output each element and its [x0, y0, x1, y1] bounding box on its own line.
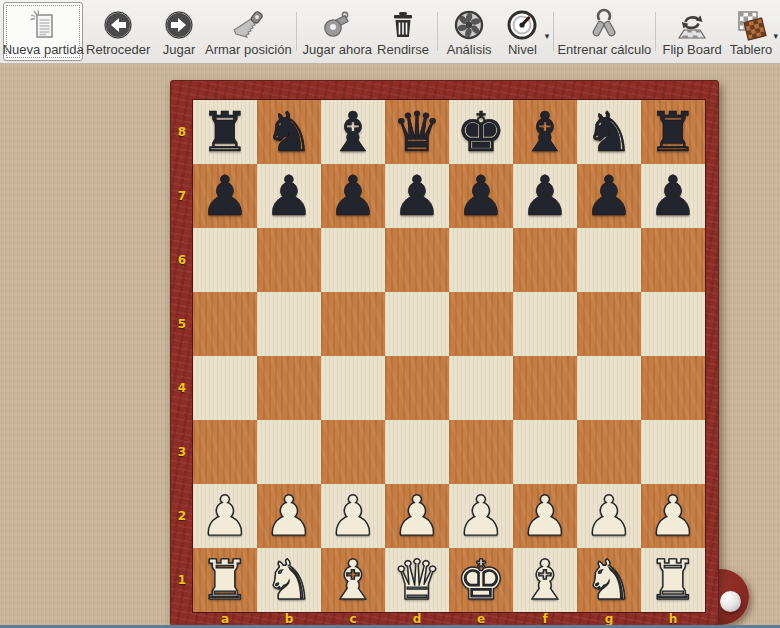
white-pawn[interactable]: ♟ [264, 485, 313, 547]
square-h4[interactable] [641, 356, 705, 420]
square-e5[interactable] [449, 292, 513, 356]
toolbar-separator [296, 12, 297, 51]
square-b4[interactable] [257, 356, 321, 420]
square-b3[interactable] [257, 420, 321, 484]
square-b2[interactable]: ♟ [257, 484, 321, 548]
black-bishop[interactable]: ♝ [328, 101, 377, 163]
toolbar-separator [655, 12, 656, 51]
square-e4[interactable] [449, 356, 513, 420]
black-knight[interactable]: ♞ [264, 101, 313, 163]
square-a7[interactable]: ♟ [193, 164, 257, 228]
saw-icon [230, 7, 266, 42]
square-b6[interactable] [257, 228, 321, 292]
chess-board: ♜♞♝♛♚♝♞♜♟♟♟♟♟♟♟♟♟♟♟♟♟♟♟♟♜♞♝♛♚♝♞♜ 8765432… [170, 80, 719, 626]
square-f2[interactable]: ♟ [513, 484, 577, 548]
resign-label: Rendirse [377, 42, 429, 57]
white-rook[interactable]: ♜ [200, 549, 249, 611]
square-b1[interactable]: ♞ [257, 548, 321, 612]
square-g6[interactable] [577, 228, 641, 292]
square-f7[interactable]: ♟ [513, 164, 577, 228]
square-e1[interactable]: ♚ [449, 548, 513, 612]
square-d5[interactable] [385, 292, 449, 356]
square-g3[interactable] [577, 420, 641, 484]
new-game-button[interactable]: Nueva partida [3, 2, 83, 61]
flip-board-button[interactable]: Flip Board [660, 2, 724, 61]
white-pawn[interactable]: ♟ [328, 485, 377, 547]
square-a4[interactable] [193, 356, 257, 420]
square-g5[interactable] [577, 292, 641, 356]
square-d6[interactable] [385, 228, 449, 292]
trash-icon [385, 7, 421, 42]
play-button[interactable]: Jugar [153, 2, 205, 61]
forward-arrow-icon [161, 7, 197, 42]
toolbar-separator [553, 12, 554, 51]
rank-labels: 87654321 [171, 100, 193, 612]
black-rook[interactable]: ♜ [648, 101, 697, 163]
square-f6[interactable] [513, 228, 577, 292]
toolbar: Nueva partida Retroceder Jugar [0, 0, 780, 64]
rank-label-5: 5 [171, 292, 193, 356]
boards-icon: ▾ [733, 7, 769, 42]
black-queen[interactable]: ♛ [392, 101, 441, 163]
black-pawn[interactable]: ♟ [392, 165, 441, 227]
white-bishop[interactable]: ♝ [328, 549, 377, 611]
level-button[interactable]: ▾ Nivel [496, 2, 548, 61]
black-pawn[interactable]: ♟ [328, 165, 377, 227]
white-bishop[interactable]: ♝ [520, 549, 569, 611]
square-h2[interactable]: ♟ [641, 484, 705, 548]
rank-label-2: 2 [171, 484, 193, 548]
square-g4[interactable] [577, 356, 641, 420]
rank-label-6: 6 [171, 228, 193, 292]
toolbar-separator [437, 12, 438, 51]
white-pawn[interactable]: ♟ [456, 485, 505, 547]
square-e6[interactable] [449, 228, 513, 292]
square-d1[interactable]: ♛ [385, 548, 449, 612]
square-f8[interactable]: ♝ [513, 100, 577, 164]
square-a3[interactable] [193, 420, 257, 484]
square-c7[interactable]: ♟ [321, 164, 385, 228]
black-pawn[interactable]: ♟ [200, 165, 249, 227]
square-h3[interactable] [641, 420, 705, 484]
white-pawn[interactable]: ♟ [584, 485, 633, 547]
square-h5[interactable] [641, 292, 705, 356]
black-bishop[interactable]: ♝ [520, 101, 569, 163]
square-c5[interactable] [321, 292, 385, 356]
square-a6[interactable] [193, 228, 257, 292]
board-style-button[interactable]: ▾ Tablero [725, 2, 777, 61]
train-calculation-label: Entrenar cálculo [557, 42, 651, 57]
square-h7[interactable]: ♟ [641, 164, 705, 228]
resign-button[interactable]: Rendirse [374, 2, 432, 61]
square-d8[interactable]: ♛ [385, 100, 449, 164]
square-f4[interactable] [513, 356, 577, 420]
whistle-icon [319, 7, 355, 42]
white-pawn[interactable]: ♟ [200, 485, 249, 547]
square-c1[interactable]: ♝ [321, 548, 385, 612]
play-now-label: Jugar ahora [303, 42, 372, 57]
square-h6[interactable] [641, 228, 705, 292]
square-g2[interactable]: ♟ [577, 484, 641, 548]
board-style-label: Tablero [730, 42, 773, 57]
white-rook[interactable]: ♜ [648, 549, 697, 611]
flip-board-icon [674, 7, 710, 42]
new-game-icon [25, 7, 61, 42]
square-c8[interactable]: ♝ [321, 100, 385, 164]
square-e8[interactable]: ♚ [449, 100, 513, 164]
back-arrow-icon [100, 7, 136, 42]
chevron-down-icon: ▾ [773, 32, 778, 41]
square-g7[interactable]: ♟ [577, 164, 641, 228]
setup-position-label: Armar posición [205, 42, 292, 57]
flip-board-label: Flip Board [663, 42, 722, 57]
square-c4[interactable] [321, 356, 385, 420]
square-d7[interactable]: ♟ [385, 164, 449, 228]
square-f3[interactable] [513, 420, 577, 484]
board-frame: ♜♞♝♛♚♝♞♜♟♟♟♟♟♟♟♟♟♟♟♟♟♟♟♟♜♞♝♛♚♝♞♜ 8765432… [170, 80, 719, 626]
black-pawn[interactable]: ♟ [584, 165, 633, 227]
black-pawn[interactable]: ♟ [456, 165, 505, 227]
setup-position-button[interactable]: Armar posición [206, 2, 291, 61]
play-now-button[interactable]: Jugar ahora [302, 2, 373, 61]
rank-label-7: 7 [171, 164, 193, 228]
square-e2[interactable]: ♟ [449, 484, 513, 548]
square-c6[interactable] [321, 228, 385, 292]
white-pawn[interactable]: ♟ [520, 485, 569, 547]
train-calculation-button[interactable]: Entrenar cálculo [559, 2, 649, 61]
white-pawn[interactable]: ♟ [392, 485, 441, 547]
square-a5[interactable] [193, 292, 257, 356]
white-knight[interactable]: ♞ [584, 549, 633, 611]
black-king[interactable]: ♚ [456, 101, 505, 163]
analysis-label: Análisis [447, 42, 492, 57]
black-rook[interactable]: ♜ [200, 101, 249, 163]
square-a1[interactable]: ♜ [193, 548, 257, 612]
square-a8[interactable]: ♜ [193, 100, 257, 164]
square-b8[interactable]: ♞ [257, 100, 321, 164]
board-grid: ♜♞♝♛♚♝♞♜♟♟♟♟♟♟♟♟♟♟♟♟♟♟♟♟♜♞♝♛♚♝♞♜ [193, 100, 705, 612]
square-c3[interactable] [321, 420, 385, 484]
black-pawn[interactable]: ♟ [648, 165, 697, 227]
square-g8[interactable]: ♞ [577, 100, 641, 164]
rank-label-1: 1 [171, 548, 193, 612]
new-game-label: Nueva partida [3, 42, 84, 57]
square-f1[interactable]: ♝ [513, 548, 577, 612]
reel-icon [451, 7, 487, 42]
black-knight[interactable]: ♞ [584, 101, 633, 163]
square-b5[interactable] [257, 292, 321, 356]
gripper-icon [586, 7, 622, 42]
square-h8[interactable]: ♜ [641, 100, 705, 164]
square-b7[interactable]: ♟ [257, 164, 321, 228]
rank-label-4: 4 [171, 356, 193, 420]
black-pawn[interactable]: ♟ [264, 165, 313, 227]
square-f5[interactable] [513, 292, 577, 356]
square-d3[interactable] [385, 420, 449, 484]
chevron-down-icon: ▾ [545, 32, 550, 41]
analysis-button[interactable]: Análisis [443, 2, 496, 61]
black-pawn[interactable]: ♟ [520, 165, 569, 227]
square-e7[interactable]: ♟ [449, 164, 513, 228]
gauge-icon: ▾ [504, 7, 540, 42]
white-king[interactable]: ♚ [456, 549, 505, 611]
square-g1[interactable]: ♞ [577, 548, 641, 612]
square-h1[interactable]: ♜ [641, 548, 705, 612]
step-back-button[interactable]: Retroceder [84, 2, 152, 61]
move-indicator-ball [720, 591, 741, 612]
square-d4[interactable] [385, 356, 449, 420]
square-e3[interactable] [449, 420, 513, 484]
white-pawn[interactable]: ♟ [648, 485, 697, 547]
rank-label-8: 8 [171, 100, 193, 164]
white-knight[interactable]: ♞ [264, 549, 313, 611]
square-a2[interactable]: ♟ [193, 484, 257, 548]
square-d2[interactable]: ♟ [385, 484, 449, 548]
square-c2[interactable]: ♟ [321, 484, 385, 548]
rank-label-3: 3 [171, 420, 193, 484]
play-label: Jugar [163, 42, 196, 57]
step-back-label: Retroceder [86, 42, 150, 57]
white-queen[interactable]: ♛ [392, 549, 441, 611]
level-label: Nivel [508, 42, 537, 57]
